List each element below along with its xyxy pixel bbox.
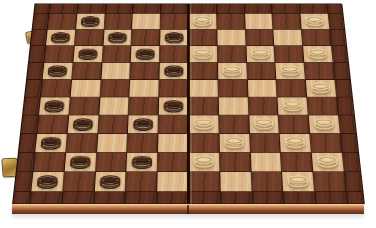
square-r5c4[interactable] xyxy=(130,80,160,98)
border-cell xyxy=(14,172,33,192)
square-r1c6[interactable]: ⛂ xyxy=(189,14,217,30)
square-r5c2[interactable] xyxy=(70,80,101,98)
square-r1c8[interactable] xyxy=(245,14,274,30)
square-r4c5[interactable]: ⛂ xyxy=(160,63,189,80)
square-r6c5[interactable]: ⛂ xyxy=(159,97,189,115)
square-r8c9[interactable]: ⛂ xyxy=(280,134,312,153)
square-r7c4[interactable]: ⛂ xyxy=(128,115,159,133)
border-cell xyxy=(157,192,189,204)
board-photo: ⛂⛂⛂⛂⛂⛂⛂⛂⛂⛂⛂⛂⛂⛂⛂⛂⛂⛂⛂⛂⛂⛂⛂⛂⛂⛂⛂⛂⛂⛂⛂⛂⛂⛂ xyxy=(0,0,376,228)
square-r2c3[interactable]: ⛂ xyxy=(103,30,132,46)
square-r3c6[interactable]: ⛂ xyxy=(189,46,218,63)
border-cell xyxy=(328,4,344,13)
square-r7c2[interactable]: ⛂ xyxy=(68,115,99,133)
border-cell xyxy=(17,153,36,172)
border-cell xyxy=(335,80,353,98)
square-r10c1[interactable]: ⛂ xyxy=(31,172,64,192)
square-r10c10 xyxy=(313,172,346,192)
white-piece[interactable]: ⛂ xyxy=(309,76,332,95)
white-piece[interactable]: ⛂ xyxy=(193,149,215,170)
border-cell xyxy=(333,63,350,80)
border-cell xyxy=(315,192,348,204)
dark-piece[interactable]: ⛂ xyxy=(80,11,101,28)
border-cell xyxy=(13,192,31,204)
dark-piece[interactable]: ⛂ xyxy=(164,26,184,44)
square-r8c5[interactable] xyxy=(158,134,189,153)
border-cell xyxy=(25,80,43,98)
border-cell xyxy=(330,30,347,46)
dark-piece[interactable]: ⛂ xyxy=(36,168,60,189)
border-cell xyxy=(94,192,126,204)
border-cell xyxy=(27,63,44,80)
square-r7c10[interactable]: ⛂ xyxy=(309,115,341,133)
white-piece[interactable]: ⛂ xyxy=(312,112,335,132)
square-r9c10[interactable]: ⛂ xyxy=(312,153,345,172)
border-cell xyxy=(332,46,349,63)
square-r5c3 xyxy=(100,80,130,98)
white-piece[interactable]: ⛂ xyxy=(193,112,215,132)
square-r9c8[interactable] xyxy=(250,153,282,172)
border-cell xyxy=(19,134,37,153)
square-r8c7[interactable]: ⛂ xyxy=(219,134,250,153)
square-r2c7[interactable] xyxy=(217,30,246,46)
square-r10c3[interactable]: ⛂ xyxy=(94,172,126,192)
square-r9c6[interactable]: ⛂ xyxy=(189,153,220,172)
square-r3c10[interactable]: ⛂ xyxy=(303,46,333,63)
dark-piece[interactable]: ⛂ xyxy=(107,26,128,44)
border-cell xyxy=(272,4,301,13)
square-r2c1[interactable]: ⛂ xyxy=(46,30,76,46)
dark-piece[interactable]: ⛂ xyxy=(47,59,69,77)
white-piece[interactable]: ⛂ xyxy=(279,59,301,77)
dark-piece[interactable]: ⛂ xyxy=(135,43,156,61)
dark-piece[interactable]: ⛂ xyxy=(39,130,63,150)
square-r7c5 xyxy=(159,115,189,133)
border-cell xyxy=(34,4,50,13)
square-r5c6[interactable] xyxy=(189,80,219,98)
square-r2c5[interactable]: ⛂ xyxy=(160,30,189,46)
square-r6c9[interactable]: ⛂ xyxy=(278,97,309,115)
square-r3c8[interactable]: ⛂ xyxy=(246,46,276,63)
border-cell xyxy=(133,4,161,13)
square-r4c7[interactable]: ⛂ xyxy=(218,63,248,80)
border-cell xyxy=(21,115,39,133)
square-r8c8 xyxy=(250,134,282,153)
border-cell xyxy=(105,4,133,13)
dark-piece[interactable]: ⛂ xyxy=(72,112,95,132)
border-cell xyxy=(345,172,364,192)
square-r5c8[interactable] xyxy=(247,80,277,98)
square-r6c7[interactable] xyxy=(219,97,249,115)
border-cell xyxy=(30,192,63,204)
square-r9c7 xyxy=(220,153,252,172)
white-piece[interactable]: ⛂ xyxy=(304,11,326,28)
border-cell xyxy=(62,192,95,204)
white-piece[interactable]: ⛂ xyxy=(193,43,214,61)
border-cell xyxy=(29,46,46,63)
square-r7c6[interactable]: ⛂ xyxy=(189,115,219,133)
square-r1c10[interactable]: ⛂ xyxy=(301,14,331,30)
square-r2c9[interactable] xyxy=(274,30,304,46)
dark-piece[interactable]: ⛂ xyxy=(50,26,72,44)
square-r10c7[interactable] xyxy=(220,172,252,192)
white-piece[interactable]: ⛂ xyxy=(192,11,212,28)
square-r7c8[interactable]: ⛂ xyxy=(249,115,280,133)
board-fold-seam xyxy=(187,4,190,205)
dark-piece[interactable]: ⛂ xyxy=(163,59,184,77)
square-r4c9[interactable]: ⛂ xyxy=(276,63,306,80)
white-piece[interactable]: ⛂ xyxy=(286,168,310,189)
square-r1c2[interactable]: ⛂ xyxy=(76,14,105,30)
border-cell xyxy=(347,192,365,204)
square-r10c5[interactable] xyxy=(157,172,189,192)
square-r3c2[interactable]: ⛂ xyxy=(73,46,103,63)
border-cell xyxy=(244,4,272,13)
square-r4c2 xyxy=(72,63,102,80)
square-r6c1[interactable]: ⛂ xyxy=(39,97,70,115)
border-cell xyxy=(189,192,221,204)
border-cell xyxy=(23,97,41,115)
dark-piece[interactable]: ⛂ xyxy=(69,149,92,170)
square-r1c7 xyxy=(217,14,246,30)
white-piece[interactable]: ⛂ xyxy=(281,94,304,113)
border-cell xyxy=(337,97,355,115)
square-r9c2[interactable]: ⛂ xyxy=(64,153,96,172)
square-r4c3[interactable] xyxy=(101,63,131,80)
square-r1c9 xyxy=(273,14,302,30)
folding-board: ⛂⛂⛂⛂⛂⛂⛂⛂⛂⛂⛂⛂⛂⛂⛂⛂⛂⛂⛂⛂⛂⛂⛂⛂⛂⛂⛂⛂⛂⛂⛂⛂⛂⛂ xyxy=(12,4,364,205)
border-cell xyxy=(31,30,48,46)
white-piece[interactable]: ⛂ xyxy=(250,43,271,61)
square-r10c4 xyxy=(126,172,158,192)
white-piece[interactable]: ⛂ xyxy=(221,59,242,77)
square-r6c3[interactable] xyxy=(99,97,130,115)
white-piece[interactable]: ⛂ xyxy=(284,130,307,150)
white-piece[interactable]: ⛂ xyxy=(223,130,245,150)
border-cell xyxy=(125,192,157,204)
dark-piece[interactable]: ⛂ xyxy=(77,43,99,61)
dark-piece[interactable]: ⛂ xyxy=(99,168,122,189)
square-r9c5 xyxy=(158,153,189,172)
border-cell xyxy=(161,4,189,13)
dark-piece[interactable]: ⛂ xyxy=(163,94,184,113)
white-piece[interactable]: ⛂ xyxy=(316,149,340,170)
dark-piece[interactable]: ⛂ xyxy=(43,94,66,113)
square-r3c4[interactable]: ⛂ xyxy=(131,46,160,63)
square-r4c8 xyxy=(247,63,277,80)
square-r4c6 xyxy=(189,63,218,80)
border-cell xyxy=(339,115,357,133)
border-cell xyxy=(33,14,50,30)
border-cell xyxy=(221,192,253,204)
white-piece[interactable]: ⛂ xyxy=(307,43,329,61)
square-r5c7 xyxy=(218,80,248,98)
square-r10c8 xyxy=(251,172,283,192)
border-cell xyxy=(49,4,78,13)
border-cell xyxy=(252,192,284,204)
square-r3c3 xyxy=(102,46,132,63)
square-r10c6 xyxy=(189,172,221,192)
border-cell xyxy=(343,153,362,172)
square-r8c3[interactable] xyxy=(97,134,128,153)
square-r8c1[interactable]: ⛂ xyxy=(35,134,67,153)
border-cell xyxy=(328,14,345,30)
dark-piece[interactable]: ⛂ xyxy=(132,112,154,132)
border-cell xyxy=(341,134,359,153)
border-cell xyxy=(217,4,245,13)
square-r4c4 xyxy=(130,63,160,80)
square-r4c1[interactable]: ⛂ xyxy=(43,63,74,80)
square-r7c3 xyxy=(98,115,129,133)
white-piece[interactable]: ⛂ xyxy=(253,112,275,132)
square-r5c10[interactable]: ⛂ xyxy=(306,80,337,98)
square-r9c4[interactable]: ⛂ xyxy=(127,153,159,172)
square-r10c2 xyxy=(63,172,96,192)
side-edge-seam xyxy=(187,205,189,214)
square-r10c9[interactable]: ⛂ xyxy=(282,172,315,192)
square-r1c4[interactable] xyxy=(132,14,161,30)
board-side-edge xyxy=(12,204,364,214)
dark-piece[interactable]: ⛂ xyxy=(131,149,154,170)
border-cell xyxy=(284,192,317,204)
